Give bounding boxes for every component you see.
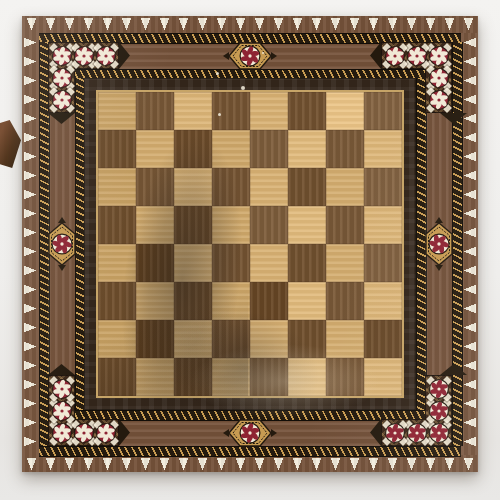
square-f2[interactable] [288,320,326,358]
rosette-inlay [74,423,94,443]
square-b6[interactable] [136,168,174,206]
rosette-inlay [429,68,449,88]
square-b3[interactable] [136,282,174,320]
rosette-inlay [429,401,449,421]
dogtooth-border-right [461,33,478,455]
square-e3[interactable] [250,282,288,320]
edge-medallion [222,41,278,71]
square-b2[interactable] [136,320,174,358]
square-h4[interactable] [364,244,402,282]
square-a6[interactable] [98,168,136,206]
squares-grid [98,92,402,396]
edge-medallion [424,216,454,272]
rosette-inlay [52,401,72,421]
square-h8[interactable] [364,92,402,130]
square-b1[interactable] [136,358,174,396]
square-g3[interactable] [326,282,364,320]
square-a2[interactable] [98,320,136,358]
square-a1[interactable] [98,358,136,396]
dogtooth-border-left [22,33,39,455]
square-e1[interactable] [250,358,288,396]
rosette-inlay [52,379,72,399]
square-f1[interactable] [288,358,326,396]
edge-medallion [222,418,278,448]
chessboard [22,16,478,472]
square-a4[interactable] [98,244,136,282]
square-h2[interactable] [364,320,402,358]
square-h1[interactable] [364,358,402,396]
square-d1[interactable] [212,358,250,396]
rosette-inlay [429,379,449,399]
square-b4[interactable] [136,244,174,282]
square-c1[interactable] [174,358,212,396]
square-e5[interactable] [250,206,288,244]
dogtooth-border-top [22,16,478,33]
rosette-inlay [429,423,449,443]
square-g7[interactable] [326,130,364,168]
rosette-inlay [74,46,94,66]
square-h7[interactable] [364,130,402,168]
square-g8[interactable] [326,92,364,130]
square-g5[interactable] [326,206,364,244]
rosette-inlay [52,90,72,110]
square-g6[interactable] [326,168,364,206]
square-f3[interactable] [288,282,326,320]
square-a8[interactable] [98,92,136,130]
square-g2[interactable] [326,320,364,358]
dogtooth-border-bottom [22,455,478,472]
rosette-inlay [407,46,427,66]
square-f4[interactable] [288,244,326,282]
rosette-inlay [52,423,72,443]
square-h5[interactable] [364,206,402,244]
dust-speck [241,86,245,90]
square-d3[interactable] [212,282,250,320]
square-c7[interactable] [174,130,212,168]
square-f6[interactable] [288,168,326,206]
rosette-inlay [429,90,449,110]
square-c3[interactable] [174,282,212,320]
chevron-band [39,446,461,457]
square-d5[interactable] [212,206,250,244]
square-b5[interactable] [136,206,174,244]
square-c4[interactable] [174,244,212,282]
rosette-inlay [429,46,449,66]
rosette-inlay [385,46,405,66]
square-c2[interactable] [174,320,212,358]
square-d6[interactable] [212,168,250,206]
dust-speck [262,52,264,54]
square-f7[interactable] [288,130,326,168]
square-g4[interactable] [326,244,364,282]
square-e2[interactable] [250,320,288,358]
square-h3[interactable] [364,282,402,320]
photo-background [0,0,500,500]
square-c5[interactable] [174,206,212,244]
square-c6[interactable] [174,168,212,206]
square-f5[interactable] [288,206,326,244]
square-e8[interactable] [250,92,288,130]
square-d2[interactable] [212,320,250,358]
wooden-object-edge [0,120,21,168]
square-d7[interactable] [212,130,250,168]
dust-speck [216,72,219,75]
rosette-inlay [385,423,405,443]
dust-speck [218,113,221,116]
square-b8[interactable] [136,92,174,130]
square-c8[interactable] [174,92,212,130]
square-g1[interactable] [326,358,364,396]
square-d4[interactable] [212,244,250,282]
rosette-inlay [407,423,427,443]
square-h6[interactable] [364,168,402,206]
square-e4[interactable] [250,244,288,282]
square-a5[interactable] [98,206,136,244]
rosette-inlay [96,423,116,443]
square-a3[interactable] [98,282,136,320]
square-e6[interactable] [250,168,288,206]
rosette-inlay [96,46,116,66]
square-a7[interactable] [98,130,136,168]
edge-medallion [47,216,77,272]
square-b7[interactable] [136,130,174,168]
square-e7[interactable] [250,130,288,168]
rosette-inlay [52,46,72,66]
rosette-inlay [52,68,72,88]
square-d8[interactable] [212,92,250,130]
square-f8[interactable] [288,92,326,130]
